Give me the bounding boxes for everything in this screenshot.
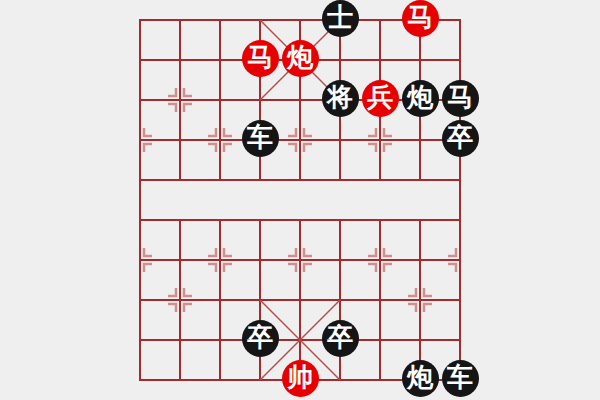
xiangqi-diagram: 士马马炮将兵炮马车卒卒卒帅炮车 [0, 0, 600, 400]
piece-red-cannon[interactable]: 炮 [282, 40, 319, 77]
piece-black-chariot[interactable]: 车 [442, 360, 479, 397]
piece-black-pawn[interactable]: 卒 [242, 320, 279, 357]
piece-red-king[interactable]: 帅 [282, 360, 319, 397]
piece-black-chariot[interactable]: 车 [242, 120, 279, 157]
piece-red-horse[interactable]: 马 [242, 40, 279, 77]
piece-red-horse[interactable]: 马 [402, 0, 439, 37]
piece-black-pawn[interactable]: 卒 [442, 120, 479, 157]
piece-black-king[interactable]: 将 [322, 80, 359, 117]
xiangqi-pieces-layer: 士马马炮将兵炮马车卒卒卒帅炮车 [120, 0, 480, 398]
piece-red-pawn[interactable]: 兵 [362, 80, 399, 117]
piece-black-cannon[interactable]: 炮 [402, 80, 439, 117]
piece-black-pawn[interactable]: 卒 [322, 320, 359, 357]
piece-black-advisor[interactable]: 士 [322, 0, 359, 37]
piece-black-horse[interactable]: 马 [442, 80, 479, 117]
piece-black-cannon[interactable]: 炮 [402, 360, 439, 397]
